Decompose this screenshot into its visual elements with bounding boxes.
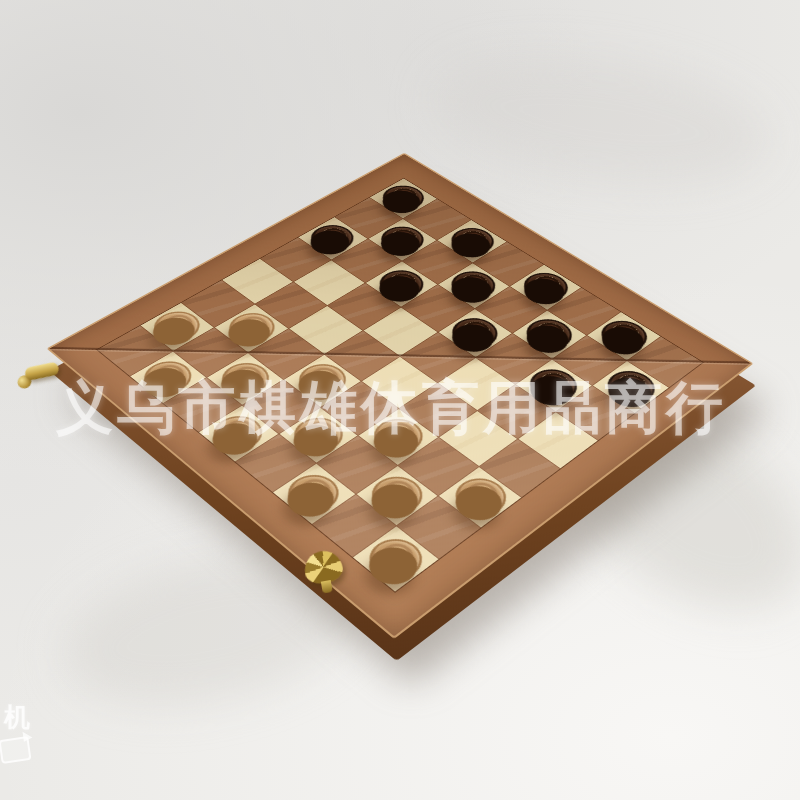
board-scene: ⛂⛂⛂⛂⛂⛂⛂⛂⛂⛂⛂⛂⛀⛀⛀⛀⛀⛀⛀⛀⛀⛀⛀⛀ <box>145 101 655 611</box>
photo-stage: ⛂⛂⛂⛂⛂⛂⛂⛂⛂⛂⛂⛂⛀⛀⛀⛀⛀⛀⛀⛀⛀⛀⛀⛀ 义乌市棋雄体育用品商行 机 <box>0 0 800 800</box>
brass-clasp-front-icon <box>296 545 353 597</box>
board-top: ⛂⛂⛂⛂⛂⛂⛂⛂⛂⛂⛂⛂⛀⛀⛀⛀⛀⛀⛀⛀⛀⛀⛀⛀ <box>145 101 655 611</box>
watermark-corner-logo-icon <box>0 736 32 764</box>
watermark-corner-char: 机 <box>4 700 30 735</box>
watermark-text: 义乌市棋雄体育用品商行 <box>56 370 756 447</box>
